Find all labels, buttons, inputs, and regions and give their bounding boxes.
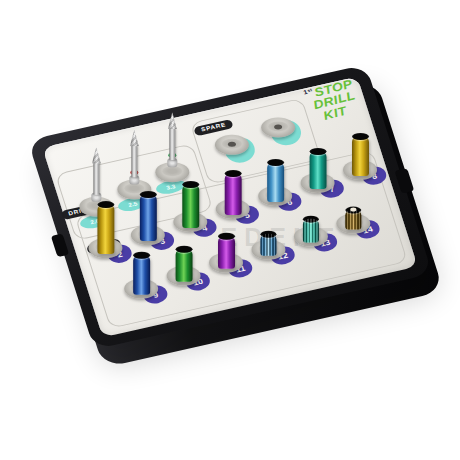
tray-latch-left [51, 233, 69, 257]
drill-bit-shaft [93, 163, 99, 195]
stop-cylinder [267, 162, 284, 202]
drill-bit-tip [92, 147, 101, 164]
drill-bit-tip [168, 112, 177, 129]
stop-cylinder [260, 234, 276, 256]
stop-cylinder [139, 194, 156, 241]
spare-grommet [215, 135, 249, 155]
stop-cylinder [97, 204, 114, 254]
tray-latch-right [394, 168, 414, 194]
stop-cylinder [182, 184, 199, 228]
stop-cylinder [303, 219, 319, 243]
stop-cylinder [175, 249, 192, 282]
stop-cylinder [224, 173, 241, 215]
drill-bit-shaft [131, 145, 137, 177]
spare-grommet [261, 117, 295, 137]
stop-cylinder [345, 210, 361, 230]
stop-open-core [350, 208, 356, 212]
stop-cylinder [309, 151, 326, 189]
stop-cylinder [352, 136, 369, 176]
product-photo-stage: DRILL SPARE STOP 1ˢᵗSTOP DRILL KIT 2.02.… [0, 0, 460, 460]
drill-bit-shaft [169, 128, 175, 160]
drill-bit-tip [130, 129, 139, 146]
stop-cylinder [218, 236, 235, 269]
stop-cylinder [133, 255, 150, 295]
kit-title: 1ˢᵗSTOP DRILL KIT [303, 77, 363, 124]
